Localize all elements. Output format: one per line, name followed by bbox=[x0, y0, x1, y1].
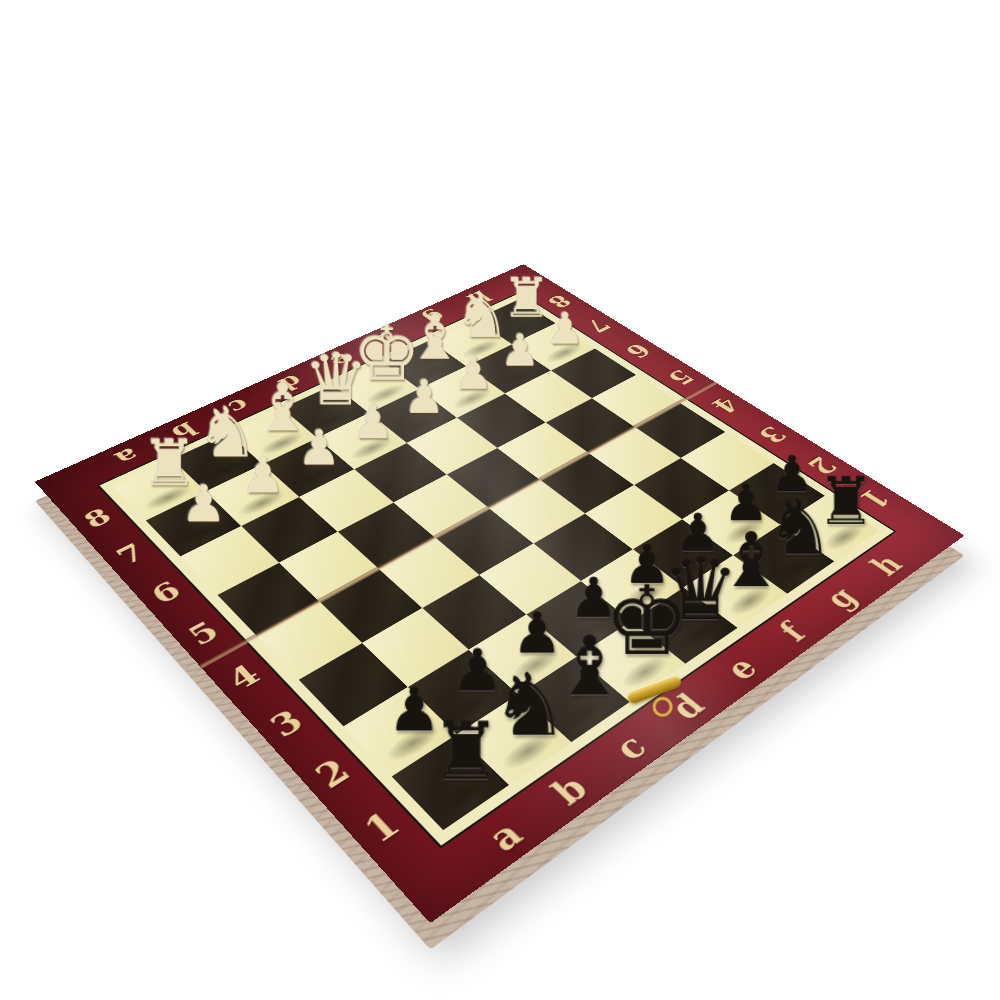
product-photo-scene: aa88bb77cc66dd55ee44ff33gg22hh11 ♜♞♝♛♚♝♞… bbox=[0, 0, 1000, 1000]
piece-black-rook-a1[interactable]: ♜ bbox=[406, 707, 525, 797]
piece-white-pawn-a7[interactable]: ♟ bbox=[155, 474, 253, 533]
